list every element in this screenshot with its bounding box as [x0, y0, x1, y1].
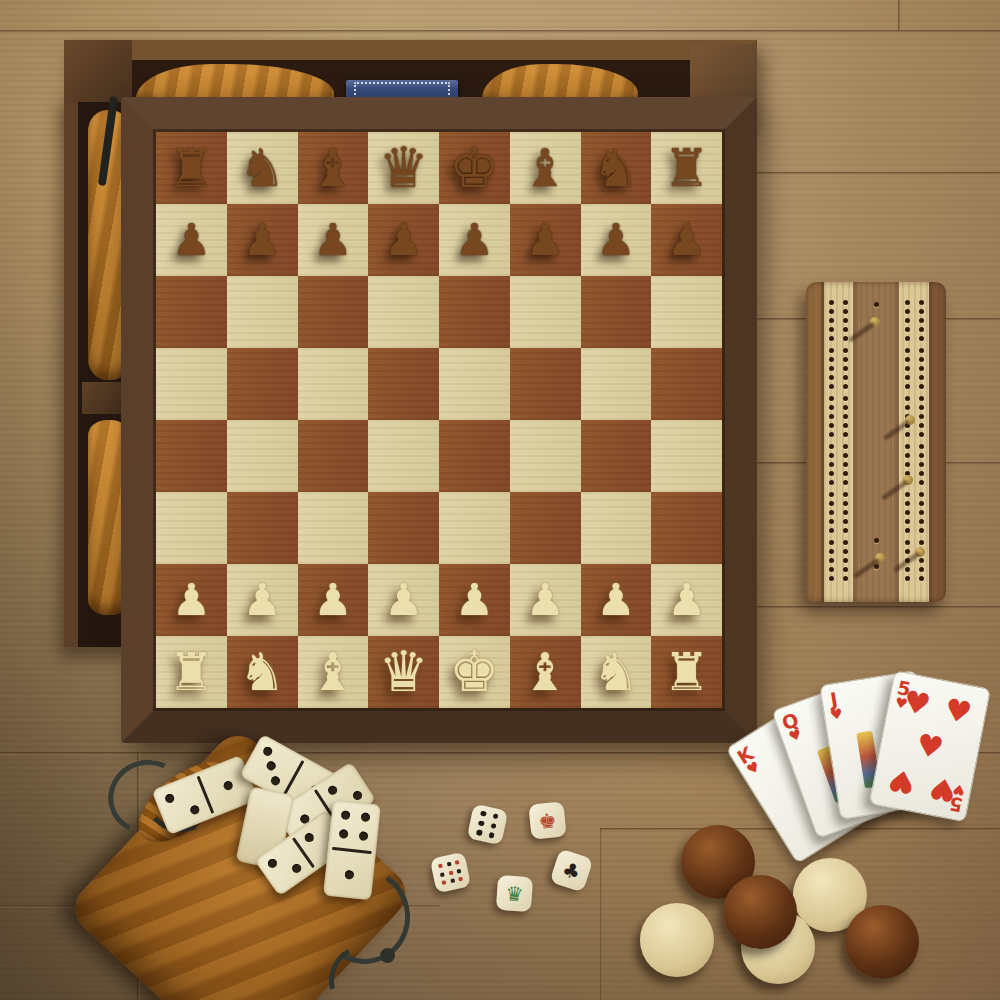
- square-b1[interactable]: ♞: [227, 636, 298, 708]
- square-a4[interactable]: [156, 420, 227, 492]
- piece-black-knight[interactable]: ♞: [593, 142, 640, 194]
- heart-suit-icon: ♥: [787, 728, 803, 745]
- peg-hole[interactable]: [829, 318, 834, 323]
- plank-seam: [757, 172, 1000, 175]
- piece-white-king[interactable]: ♚: [449, 644, 499, 700]
- card-corner-index: J♥: [826, 689, 843, 722]
- square-g5[interactable]: [581, 348, 652, 420]
- peg-hole[interactable]: [905, 405, 910, 410]
- domino-tile-4-1[interactable]: [323, 800, 381, 900]
- peg-hole[interactable]: [919, 567, 924, 572]
- peg-shadow: [881, 479, 908, 500]
- piece-black-pawn[interactable]: ♟: [384, 218, 423, 262]
- peg-hole[interactable]: [905, 576, 910, 581]
- peg-hole[interactable]: [905, 357, 910, 362]
- peg-hole[interactable]: [829, 510, 834, 515]
- piece-white-rook[interactable]: ♜: [663, 646, 710, 698]
- square-d3[interactable]: [368, 492, 439, 564]
- peg-shadow: [848, 321, 875, 342]
- heart-pip-icon: ♥: [885, 762, 918, 801]
- square-f8[interactable]: ♝: [510, 132, 581, 204]
- peg-hole[interactable]: [843, 384, 848, 389]
- peg-hole[interactable]: [905, 492, 910, 497]
- piece-white-pawn[interactable]: ♟: [242, 578, 281, 622]
- piece-white-knight[interactable]: ♞: [593, 646, 640, 698]
- piece-white-bishop[interactable]: ♝: [310, 646, 357, 698]
- peg-hole[interactable]: [919, 540, 924, 545]
- peg-hole[interactable]: [919, 405, 924, 410]
- domino-pip: [164, 793, 176, 805]
- die-pip: [480, 810, 487, 817]
- square-e2[interactable]: ♟: [439, 564, 510, 636]
- peg-hole[interactable]: [905, 375, 910, 380]
- game-table-scene: ♜♞♝♛♚♝♞♜♟♟♟♟♟♟♟♟♟♟♟♟♟♟♟♟♜♞♝♛♚♝♞♜ K♥Q♥J♥5…: [0, 0, 1000, 1000]
- storage-box-corner: [690, 44, 757, 102]
- plank-seam: [600, 828, 603, 1000]
- square-h6[interactable]: [651, 276, 722, 348]
- cribbage-peg[interactable]: [915, 547, 925, 557]
- peg-hole[interactable]: [919, 375, 924, 380]
- chess-board: ♜♞♝♛♚♝♞♜♟♟♟♟♟♟♟♟♟♟♟♟♟♟♟♟♜♞♝♛♚♝♞♜: [121, 97, 757, 743]
- square-b5[interactable]: [227, 348, 298, 420]
- peg-hole[interactable]: [905, 327, 910, 332]
- black-club-icon: ♣: [560, 858, 583, 883]
- peg-hole[interactable]: [919, 510, 924, 515]
- piece-black-pawn[interactable]: ♟: [313, 218, 352, 262]
- cribbage-peg[interactable]: [903, 475, 913, 485]
- square-e8[interactable]: ♚: [439, 132, 510, 204]
- die-mini-mark: [438, 863, 443, 868]
- domino-half-1: [323, 849, 376, 900]
- peg-hole[interactable]: [843, 453, 848, 458]
- domino-pip: [326, 784, 338, 796]
- peg-hole[interactable]: [843, 327, 848, 332]
- peg-hole[interactable]: [843, 357, 848, 362]
- peg-hole[interactable]: [919, 453, 924, 458]
- red-king-figure-icon: ♚: [538, 810, 558, 832]
- piece-black-pawn[interactable]: ♟: [455, 218, 494, 262]
- peg-hole[interactable]: [919, 480, 924, 485]
- peg-hole[interactable]: [829, 501, 834, 506]
- checker-piece-dark[interactable]: [845, 905, 919, 979]
- peg-hole[interactable]: [829, 492, 834, 497]
- square-d8[interactable]: ♛: [368, 132, 439, 204]
- storage-box-corner: [64, 40, 132, 102]
- peg-hole[interactable]: [905, 540, 910, 545]
- square-h3[interactable]: [651, 492, 722, 564]
- peg-hole[interactable]: [829, 366, 834, 371]
- square-h4[interactable]: [651, 420, 722, 492]
- peg-hole[interactable]: [829, 576, 834, 581]
- peg-hole[interactable]: [843, 528, 848, 533]
- cribbage-peg[interactable]: [875, 553, 885, 563]
- piece-black-pawn[interactable]: ♟: [525, 218, 564, 262]
- peg-hole[interactable]: [905, 549, 910, 554]
- peg-hole[interactable]: [829, 567, 834, 572]
- peg-hole[interactable]: [829, 528, 834, 533]
- square-h2[interactable]: ♟: [651, 564, 722, 636]
- square-g2[interactable]: ♟: [581, 564, 652, 636]
- square-b8[interactable]: ♞: [227, 132, 298, 204]
- peg-hole[interactable]: [919, 432, 924, 437]
- square-a2[interactable]: ♟: [156, 564, 227, 636]
- peg-hole[interactable]: [843, 366, 848, 371]
- square-c3[interactable]: [298, 492, 369, 564]
- cribbage-peg[interactable]: [905, 415, 915, 425]
- peg-hole[interactable]: [919, 558, 924, 563]
- square-g6[interactable]: [581, 276, 652, 348]
- piece-black-pawn[interactable]: ♟: [667, 218, 706, 262]
- peg-hole[interactable]: [843, 348, 848, 353]
- peg-hole[interactable]: [829, 336, 834, 341]
- piece-white-knight[interactable]: ♞: [239, 646, 286, 698]
- peg-hole[interactable]: [874, 538, 879, 543]
- peg-hole[interactable]: [905, 444, 910, 449]
- die-mini-mark: [459, 877, 464, 882]
- heart-suit-icon: ♥: [829, 707, 843, 722]
- peg-hole[interactable]: [919, 471, 924, 476]
- peg-hole[interactable]: [843, 309, 848, 314]
- domino-pip: [188, 804, 200, 816]
- peg-hole[interactable]: [843, 501, 848, 506]
- piece-black-king[interactable]: ♚: [449, 140, 499, 196]
- peg-hole[interactable]: [919, 492, 924, 497]
- square-h8[interactable]: ♜: [651, 132, 722, 204]
- domino-half-4: [328, 800, 381, 851]
- square-b7[interactable]: ♟: [227, 204, 298, 276]
- peg-hole[interactable]: [905, 348, 910, 353]
- card-corner-index: Q♥: [779, 710, 805, 745]
- square-c4[interactable]: [298, 420, 369, 492]
- die-mini-mark: [457, 868, 462, 873]
- peg-hole[interactable]: [843, 336, 848, 341]
- peg-hole[interactable]: [829, 375, 834, 380]
- peg-hole[interactable]: [843, 432, 848, 437]
- domino-pip: [265, 760, 277, 772]
- peg-hole[interactable]: [829, 480, 834, 485]
- peg-hole[interactable]: [829, 300, 834, 305]
- square-f2[interactable]: ♟: [510, 564, 581, 636]
- drawstring-knob: [380, 948, 395, 963]
- checker-piece-light[interactable]: [640, 903, 714, 977]
- domino-pip: [269, 775, 281, 787]
- plank-seam: [757, 606, 1000, 609]
- square-e7[interactable]: ♟: [439, 204, 510, 276]
- piece-black-knight[interactable]: ♞: [239, 142, 286, 194]
- peg-hole[interactable]: [919, 423, 924, 428]
- domino-pip: [261, 745, 273, 757]
- peg-hole[interactable]: [905, 396, 910, 401]
- square-e3[interactable]: [439, 492, 510, 564]
- plank-seam: [898, 0, 901, 30]
- peg-hole[interactable]: [843, 540, 848, 545]
- peg-hole[interactable]: [843, 558, 848, 563]
- peg-hole[interactable]: [919, 576, 924, 581]
- green-queen-figure-icon: ♛: [505, 883, 524, 904]
- peg-hole[interactable]: [919, 336, 924, 341]
- domino-pip: [358, 831, 368, 841]
- die-pip: [478, 820, 485, 827]
- square-d6[interactable]: [368, 276, 439, 348]
- piece-white-pawn[interactable]: ♟: [596, 578, 635, 622]
- peg-hole[interactable]: [919, 444, 924, 449]
- peg-hole[interactable]: [829, 558, 834, 563]
- peg-hole[interactable]: [905, 528, 910, 533]
- square-e5[interactable]: [439, 348, 510, 420]
- peg-hole[interactable]: [843, 492, 848, 497]
- peg-hole[interactable]: [829, 405, 834, 410]
- peg-hole[interactable]: [843, 480, 848, 485]
- cribbage-board[interactable]: [806, 282, 946, 602]
- peg-hole[interactable]: [905, 453, 910, 458]
- piece-black-pawn[interactable]: ♟: [596, 218, 635, 262]
- piece-black-pawn[interactable]: ♟: [242, 218, 281, 262]
- die-mini-mark: [441, 881, 446, 886]
- peg-hole[interactable]: [919, 357, 924, 362]
- square-g7[interactable]: ♟: [581, 204, 652, 276]
- peg-hole[interactable]: [905, 318, 910, 323]
- peg-hole[interactable]: [843, 576, 848, 581]
- peg-hole[interactable]: [919, 462, 924, 467]
- square-f4[interactable]: [510, 420, 581, 492]
- die-pip: [488, 832, 495, 839]
- heart-pip-icon: ♥: [913, 727, 946, 766]
- square-d2[interactable]: ♟: [368, 564, 439, 636]
- peg-hole[interactable]: [905, 462, 910, 467]
- peg-hole[interactable]: [829, 471, 834, 476]
- peg-hole[interactable]: [843, 471, 848, 476]
- peg-hole[interactable]: [843, 444, 848, 449]
- peg-hole[interactable]: [829, 549, 834, 554]
- square-d7[interactable]: ♟: [368, 204, 439, 276]
- peg-hole[interactable]: [919, 501, 924, 506]
- piece-white-pawn[interactable]: ♟: [667, 578, 706, 622]
- piece-white-queen[interactable]: ♛: [379, 644, 429, 700]
- peg-hole[interactable]: [905, 432, 910, 437]
- square-d5[interactable]: [368, 348, 439, 420]
- square-b4[interactable]: [227, 420, 298, 492]
- peg-hole[interactable]: [843, 519, 848, 524]
- heart-suit-icon: ♥: [951, 781, 966, 796]
- square-c5[interactable]: [298, 348, 369, 420]
- square-c8[interactable]: ♝: [298, 132, 369, 204]
- piece-white-pawn[interactable]: ♟: [384, 578, 423, 622]
- square-f5[interactable]: [510, 348, 581, 420]
- peg-hole[interactable]: [843, 423, 848, 428]
- peg-hole[interactable]: [905, 567, 910, 572]
- peg-hole[interactable]: [919, 396, 924, 401]
- peg-hole[interactable]: [829, 414, 834, 419]
- peg-hole[interactable]: [905, 501, 910, 506]
- square-e4[interactable]: [439, 420, 510, 492]
- peg-hole[interactable]: [874, 302, 879, 307]
- checker-piece-dark[interactable]: [723, 875, 797, 949]
- peg-hole[interactable]: [843, 510, 848, 515]
- die-mini-mark: [455, 860, 460, 865]
- poker-die-green-queen-figure[interactable]: ♛: [496, 875, 533, 912]
- peg-hole[interactable]: [829, 444, 834, 449]
- square-f3[interactable]: [510, 492, 581, 564]
- peg-hole[interactable]: [905, 384, 910, 389]
- peg-hole[interactable]: [919, 300, 924, 305]
- domino-pip: [222, 780, 234, 792]
- square-a7[interactable]: ♟: [156, 204, 227, 276]
- peg-hole[interactable]: [829, 309, 834, 314]
- peg-hole[interactable]: [829, 348, 834, 353]
- peg-hole[interactable]: [829, 432, 834, 437]
- square-f7[interactable]: ♟: [510, 204, 581, 276]
- square-e6[interactable]: [439, 276, 510, 348]
- domino-pip: [351, 790, 363, 802]
- die-pip: [492, 813, 499, 820]
- domino-pip: [303, 831, 316, 844]
- peg-hole[interactable]: [829, 519, 834, 524]
- poker-die-six-pips[interactable]: [467, 804, 509, 846]
- piece-white-rook[interactable]: ♜: [168, 646, 215, 698]
- peg-hole[interactable]: [919, 384, 924, 389]
- square-h7[interactable]: ♟: [651, 204, 722, 276]
- domino-pip: [266, 857, 279, 870]
- piece-white-pawn[interactable]: ♟: [455, 578, 494, 622]
- poker-die-red-king-figure[interactable]: ♚: [528, 801, 566, 839]
- square-g8[interactable]: ♞: [581, 132, 652, 204]
- peg-hole[interactable]: [905, 366, 910, 371]
- peg-hole[interactable]: [905, 309, 910, 314]
- die-mini-mark: [450, 879, 455, 884]
- domino-pip: [290, 862, 303, 875]
- peg-hole[interactable]: [843, 375, 848, 380]
- piece-black-pawn[interactable]: ♟: [172, 218, 211, 262]
- square-a1[interactable]: ♜: [156, 636, 227, 708]
- peg-hole[interactable]: [905, 510, 910, 515]
- peg-hole[interactable]: [843, 462, 848, 467]
- domino-pip: [360, 812, 370, 822]
- piece-white-pawn[interactable]: ♟: [313, 578, 352, 622]
- poker-die-nine-mini-marks[interactable]: [430, 852, 472, 894]
- peg-hole[interactable]: [843, 396, 848, 401]
- square-b3[interactable]: [227, 492, 298, 564]
- square-g1[interactable]: ♞: [581, 636, 652, 708]
- domino-pip: [341, 810, 351, 820]
- square-f1[interactable]: ♝: [510, 636, 581, 708]
- square-c2[interactable]: ♟: [298, 564, 369, 636]
- peg-hole[interactable]: [829, 462, 834, 467]
- domino-pip: [339, 829, 349, 839]
- piece-white-pawn[interactable]: ♟: [172, 578, 211, 622]
- square-h1[interactable]: ♜: [651, 636, 722, 708]
- square-f6[interactable]: [510, 276, 581, 348]
- peg-hole[interactable]: [919, 366, 924, 371]
- square-d1[interactable]: ♛: [368, 636, 439, 708]
- piece-black-rook[interactable]: ♜: [168, 142, 215, 194]
- peg-hole[interactable]: [905, 336, 910, 341]
- peg-hole[interactable]: [919, 318, 924, 323]
- peg-hole[interactable]: [829, 453, 834, 458]
- card-corner-index: K♥: [734, 744, 763, 778]
- poker-die-black-club[interactable]: ♣: [549, 848, 593, 892]
- heart-suit-icon: ♥: [745, 759, 763, 777]
- piece-black-queen[interactable]: ♛: [379, 140, 429, 196]
- peg-hole[interactable]: [843, 405, 848, 410]
- square-b6[interactable]: [227, 276, 298, 348]
- piece-black-bishop[interactable]: ♝: [522, 142, 569, 194]
- square-g4[interactable]: [581, 420, 652, 492]
- die-mini-mark: [446, 862, 451, 867]
- peg-hole[interactable]: [919, 414, 924, 419]
- peg-hole[interactable]: [829, 540, 834, 545]
- square-c1[interactable]: ♝: [298, 636, 369, 708]
- square-a6[interactable]: [156, 276, 227, 348]
- peg-shadow: [883, 419, 910, 440]
- die-pip: [490, 823, 497, 830]
- chess-grid: ♜♞♝♛♚♝♞♜♟♟♟♟♟♟♟♟♟♟♟♟♟♟♟♟♜♞♝♛♚♝♞♜: [156, 132, 722, 708]
- piece-black-bishop[interactable]: ♝: [310, 142, 357, 194]
- square-e1[interactable]: ♚: [439, 636, 510, 708]
- peg-hole[interactable]: [829, 396, 834, 401]
- peg-hole[interactable]: [843, 318, 848, 323]
- square-h5[interactable]: [651, 348, 722, 420]
- die-pip: [476, 830, 483, 837]
- playing-card-fan: K♥Q♥J♥5♥♥♥♥♥♥5♥: [760, 648, 995, 826]
- die-mini-mark: [440, 872, 445, 877]
- peg-hole[interactable]: [843, 300, 848, 305]
- peg-hole[interactable]: [829, 357, 834, 362]
- square-g3[interactable]: [581, 492, 652, 564]
- peg-hole[interactable]: [919, 348, 924, 353]
- domino-pip: [344, 870, 354, 880]
- peg-hole[interactable]: [919, 519, 924, 524]
- peg-hole[interactable]: [843, 567, 848, 572]
- peg-hole[interactable]: [843, 549, 848, 554]
- peg-hole[interactable]: [919, 528, 924, 533]
- peg-hole[interactable]: [919, 327, 924, 332]
- peg-hole[interactable]: [919, 309, 924, 314]
- piece-black-rook[interactable]: ♜: [663, 142, 710, 194]
- peg-hole[interactable]: [829, 327, 834, 332]
- plank-seam: [0, 30, 1000, 33]
- square-a5[interactable]: [156, 348, 227, 420]
- square-a8[interactable]: ♜: [156, 132, 227, 204]
- piece-white-bishop[interactable]: ♝: [522, 646, 569, 698]
- peg-hole[interactable]: [905, 519, 910, 524]
- peg-hole[interactable]: [829, 384, 834, 389]
- piece-white-pawn[interactable]: ♟: [525, 578, 564, 622]
- square-a3[interactable]: [156, 492, 227, 564]
- peg-hole[interactable]: [843, 414, 848, 419]
- peg-hole[interactable]: [905, 300, 910, 305]
- heart-pip-icon: ♥: [942, 691, 975, 730]
- square-c7[interactable]: ♟: [298, 204, 369, 276]
- cribbage-peg[interactable]: [870, 317, 880, 327]
- square-b2[interactable]: ♟: [227, 564, 298, 636]
- peg-hole[interactable]: [829, 423, 834, 428]
- heart-pip-icon: ♥: [900, 683, 933, 722]
- square-d4[interactable]: [368, 420, 439, 492]
- square-c6[interactable]: [298, 276, 369, 348]
- die-mini-mark: [448, 870, 453, 875]
